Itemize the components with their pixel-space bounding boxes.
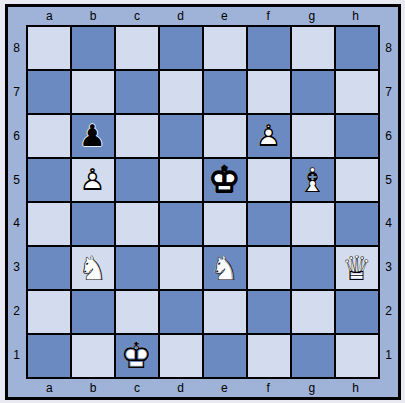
rank-labels-left: 87654321 [8,25,26,379]
square-f6[interactable]: ♟♙ [248,115,290,157]
rank-label-8: 8 [380,27,398,71]
white-knight-e3[interactable]: ♞♘ [204,247,246,289]
square-g6[interactable] [292,115,334,157]
square-c3[interactable] [116,247,158,289]
rank-label-1: 1 [380,333,398,377]
square-a8[interactable] [28,27,70,69]
white-king-outline-glyph: ♔ [116,335,158,377]
rank-label-7: 7 [8,70,26,114]
square-f7[interactable] [248,71,290,113]
square-d4[interactable] [160,203,202,245]
white-pawn-outline-glyph: ♙ [72,159,114,201]
rank-label-2: 2 [380,289,398,333]
file-label-c: c [115,379,159,397]
rank-label-3: 3 [8,245,26,289]
square-h1[interactable] [336,335,378,377]
square-c6[interactable] [116,115,158,157]
file-label-h: h [334,7,378,25]
square-f4[interactable] [248,203,290,245]
chessboard: ♟♟♙♟♙♚♔♝♗♞♘♞♘♛♕♚♔ [26,25,380,379]
file-label-d: d [159,379,203,397]
square-g5[interactable]: ♝♗ [292,159,334,201]
square-f8[interactable] [248,27,290,69]
black-king-e5[interactable]: ♚♔ [204,159,246,201]
file-label-b: b [71,7,115,25]
square-g7[interactable] [292,71,334,113]
square-b3[interactable]: ♞♘ [72,247,114,289]
rank-label-1: 1 [8,333,26,377]
square-b7[interactable] [72,71,114,113]
square-e6[interactable] [204,115,246,157]
square-h4[interactable] [336,203,378,245]
square-a3[interactable] [28,247,70,289]
square-d2[interactable] [160,291,202,333]
square-d3[interactable] [160,247,202,289]
white-bishop-g5[interactable]: ♝♗ [292,159,334,201]
square-a6[interactable] [28,115,70,157]
white-queen-h3[interactable]: ♛♕ [336,247,378,289]
square-e1[interactable] [204,335,246,377]
square-e8[interactable] [204,27,246,69]
white-knight-fill-glyph: ♞ [204,247,246,289]
square-g1[interactable] [292,335,334,377]
square-g4[interactable] [292,203,334,245]
white-knight-outline-glyph: ♘ [72,247,114,289]
file-labels-bottom: abcdefgh [8,379,398,397]
rank-label-5: 5 [380,158,398,202]
rank-label-8: 8 [8,27,26,71]
file-label-e: e [203,379,247,397]
rank-label-2: 2 [8,289,26,333]
rank-label-7: 7 [380,70,398,114]
white-knight-fill-glyph: ♞ [72,247,114,289]
file-label-f: f [246,379,290,397]
white-knight-outline-glyph: ♘ [204,247,246,289]
rank-label-4: 4 [380,202,398,246]
file-label-b: b [71,379,115,397]
black-king-outline-glyph: ♔ [204,159,246,201]
square-c5[interactable] [116,159,158,201]
square-b6[interactable]: ♟ [72,115,114,157]
file-label-a: a [28,7,72,25]
square-a7[interactable] [28,71,70,113]
file-label-h: h [334,379,378,397]
square-a5[interactable] [28,159,70,201]
square-e7[interactable] [204,71,246,113]
rank-label-3: 3 [380,245,398,289]
file-label-e: e [203,7,247,25]
square-g8[interactable] [292,27,334,69]
white-queen-outline-glyph: ♕ [336,247,378,289]
square-c1[interactable]: ♚♔ [116,335,158,377]
square-h8[interactable] [336,27,378,69]
square-c4[interactable] [116,203,158,245]
white-bishop-outline-glyph: ♗ [292,159,334,201]
square-d5[interactable] [160,159,202,201]
white-pawn-fill-glyph: ♟ [248,115,290,157]
white-pawn-outline-glyph: ♙ [248,115,290,157]
square-f2[interactable] [248,291,290,333]
rank-label-6: 6 [380,114,398,158]
square-b8[interactable] [72,27,114,69]
square-h2[interactable] [336,291,378,333]
square-g2[interactable] [292,291,334,333]
square-a4[interactable] [28,203,70,245]
white-queen-fill-glyph: ♛ [336,247,378,289]
square-f5[interactable] [248,159,290,201]
square-h7[interactable] [336,71,378,113]
square-b2[interactable] [72,291,114,333]
square-a2[interactable] [28,291,70,333]
square-d1[interactable] [160,335,202,377]
white-king-fill-glyph: ♚ [116,335,158,377]
rank-label-6: 6 [8,114,26,158]
white-pawn-b5[interactable]: ♟♙ [72,159,114,201]
square-e4[interactable] [204,203,246,245]
square-f3[interactable] [248,247,290,289]
square-h5[interactable] [336,159,378,201]
square-b1[interactable] [72,335,114,377]
square-g3[interactable] [292,247,334,289]
square-c7[interactable] [116,71,158,113]
file-label-g: g [290,379,334,397]
square-h3[interactable]: ♛♕ [336,247,378,289]
white-pawn-f6[interactable]: ♟♙ [248,115,290,157]
file-label-d: d [159,7,203,25]
square-b5[interactable]: ♟♙ [72,159,114,201]
square-e5[interactable]: ♚♔ [204,159,246,201]
file-label-f: f [246,7,290,25]
black-pawn-b6[interactable]: ♟ [72,115,114,157]
square-a1[interactable] [28,335,70,377]
rank-label-4: 4 [8,202,26,246]
file-labels-top: abcdefgh [8,7,398,25]
square-d7[interactable] [160,71,202,113]
square-c2[interactable] [116,291,158,333]
white-bishop-fill-glyph: ♝ [292,159,334,201]
rank-labels-right: 87654321 [380,25,398,379]
black-king-fill-glyph: ♚ [204,159,246,201]
square-d6[interactable] [160,115,202,157]
square-d8[interactable] [160,27,202,69]
white-king-c1[interactable]: ♚♔ [116,335,158,377]
rank-label-5: 5 [8,158,26,202]
file-label-a: a [28,379,72,397]
file-label-g: g [290,7,334,25]
black-pawn-fill-glyph: ♟ [72,115,114,157]
white-pawn-fill-glyph: ♟ [72,159,114,201]
chessboard-frame: abcdefgh 87654321 ♟♟♙♟♙♚♔♝♗♞♘♞♘♛♕♚♔ 8765… [5,4,401,400]
square-e3[interactable]: ♞♘ [204,247,246,289]
square-c8[interactable] [116,27,158,69]
square-f1[interactable] [248,335,290,377]
white-knight-b3[interactable]: ♞♘ [72,247,114,289]
file-label-c: c [115,7,159,25]
square-e2[interactable] [204,291,246,333]
square-b4[interactable] [72,203,114,245]
square-h6[interactable] [336,115,378,157]
